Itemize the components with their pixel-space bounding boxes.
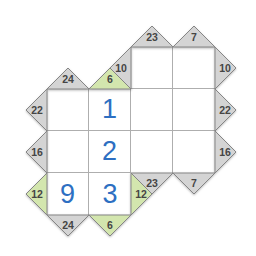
cell-grid: 1293 bbox=[47, 47, 215, 215]
clue-value: 7 bbox=[191, 31, 197, 43]
clue-value: 16 bbox=[219, 146, 231, 158]
puzzle-board: 1293 2371010246222216162371212246 bbox=[0, 0, 256, 256]
cell-r0c3[interactable] bbox=[173, 47, 215, 89]
clue-triangle-bottom-r3c0 bbox=[47, 215, 89, 236]
clue-triangle-left-r2c0 bbox=[26, 131, 47, 173]
cell-r3c0[interactable]: 9 bbox=[47, 173, 89, 215]
clue-triangle-top-r0c2 bbox=[131, 26, 173, 47]
clue-value: 10 bbox=[219, 62, 231, 74]
clue-triangle-right-r2c3 bbox=[215, 131, 236, 173]
cell-r1c1[interactable]: 1 bbox=[89, 89, 131, 131]
clue-value: 23 bbox=[146, 31, 158, 43]
cell-r2c0[interactable] bbox=[47, 131, 89, 173]
clue-triangle-right-r1c3 bbox=[215, 89, 236, 131]
clue-triangle-bottom-r3c1 bbox=[89, 215, 131, 236]
clue-value: 12 bbox=[31, 188, 43, 200]
cell-r0c2[interactable] bbox=[131, 47, 173, 89]
cell-r3c1[interactable]: 3 bbox=[89, 173, 131, 215]
cell-r1c3[interactable] bbox=[173, 89, 215, 131]
clue-triangle-left-r3c0 bbox=[26, 173, 47, 215]
clue-value: 24 bbox=[62, 219, 74, 231]
clue-triangle-left-r1c0 bbox=[26, 89, 47, 131]
clue-triangle-top-r0c3 bbox=[173, 26, 215, 47]
cell-r2c3[interactable] bbox=[173, 131, 215, 173]
cell-r2c1[interactable]: 2 bbox=[89, 131, 131, 173]
clue-value: 22 bbox=[31, 104, 43, 116]
clue-value: 22 bbox=[219, 104, 231, 116]
cell-r1c2[interactable] bbox=[131, 89, 173, 131]
clue-triangle-right-r0c3 bbox=[215, 47, 236, 89]
cell-r1c0[interactable] bbox=[47, 89, 89, 131]
clue-value: 16 bbox=[31, 146, 43, 158]
clue-value: 6 bbox=[107, 219, 113, 231]
cell-r2c2[interactable] bbox=[131, 131, 173, 173]
